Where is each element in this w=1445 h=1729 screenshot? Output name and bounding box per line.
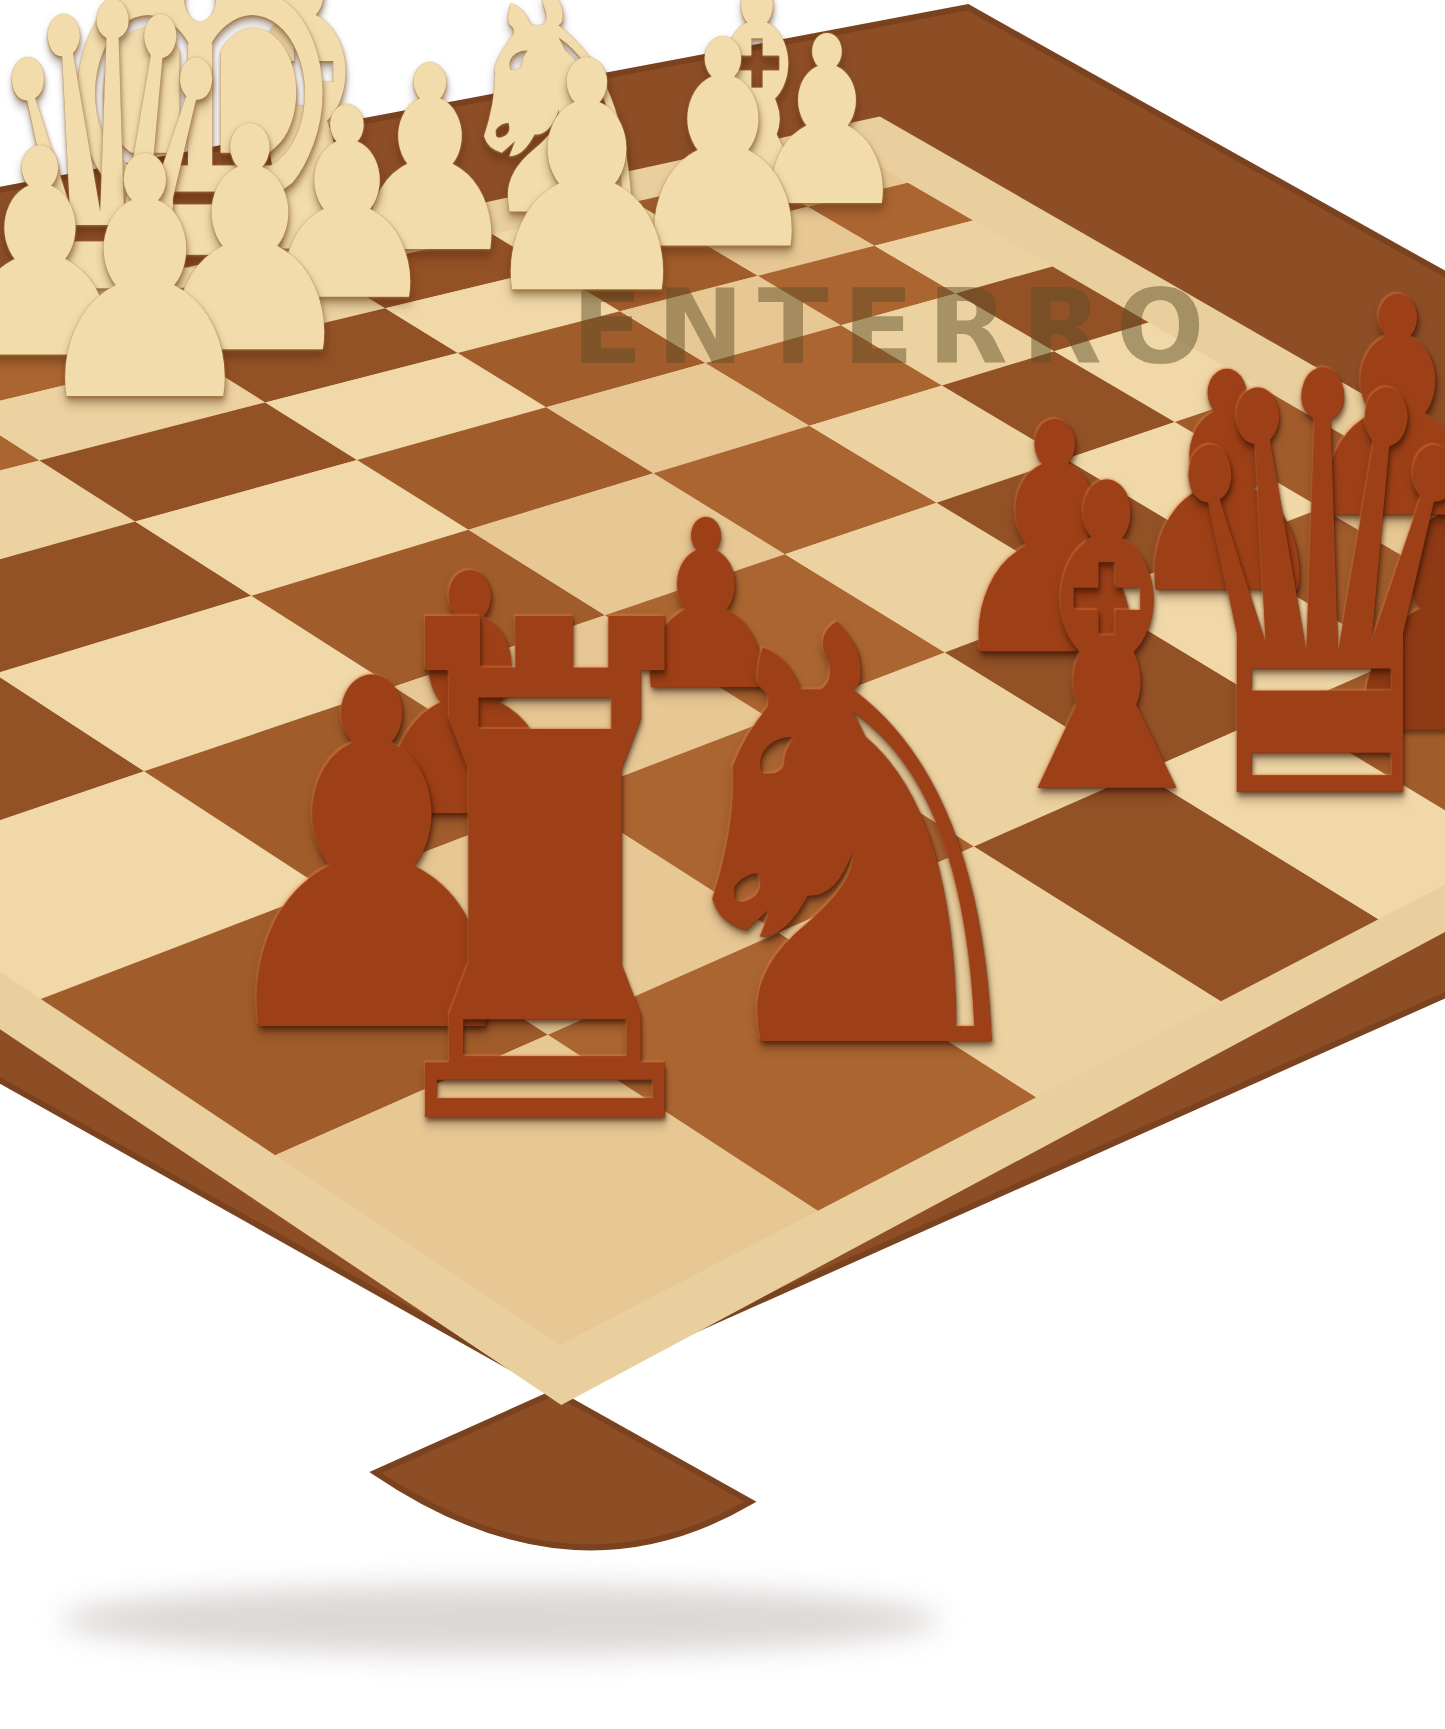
chess-set-photo: ENTERRO ♛♚♝♞♝♟♟♟♟♟♟♟♟♟♜♟♞♟♟♝♟♟♛ ♟ bbox=[0, 0, 1445, 1729]
piece-red-rook-g1[interactable]: ♜ bbox=[354, 536, 735, 1222]
piece-white-pawn-b2[interactable]: ♟ bbox=[26, 115, 265, 448]
piece-white-pawn-b6[interactable]: ♟ bbox=[473, 20, 701, 338]
piece-red-queen-g6[interactable]: ♛ bbox=[1145, 301, 1445, 882]
